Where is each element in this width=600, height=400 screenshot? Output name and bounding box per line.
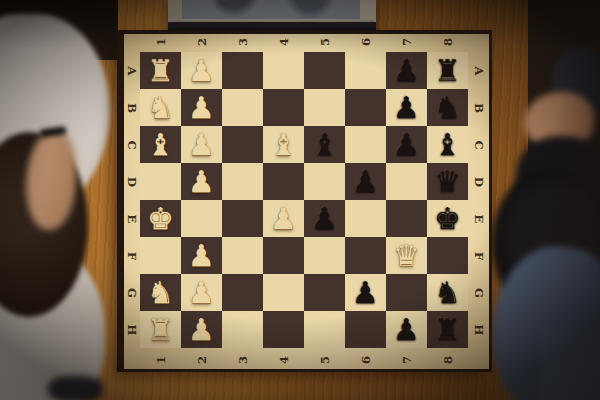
rank-label-top-2: 2 bbox=[195, 38, 209, 46]
square-c5[interactable]: ♝ bbox=[304, 126, 345, 163]
square-d4[interactable] bbox=[263, 163, 304, 200]
black-queen[interactable]: ♛ bbox=[427, 163, 468, 200]
right-player-denim-corner bbox=[540, 330, 600, 400]
square-h6[interactable] bbox=[345, 311, 386, 348]
rank-label-bottom-6: 6 bbox=[359, 356, 373, 364]
square-e3[interactable] bbox=[222, 200, 263, 237]
photo-scene: 1122334455667788AABBCCDDEEFFGGHH ♜♟♟♜♞♟♟… bbox=[0, 0, 600, 400]
board-grid: ♜♟♟♜♞♟♟♞♝♟♝♝♟♝♟♟♛♚♟♟♚♟♛♞♟♟♞♜♟♟♜ bbox=[140, 52, 468, 348]
square-c2[interactable]: ♟ bbox=[181, 126, 222, 163]
square-h1[interactable]: ♜ bbox=[140, 311, 181, 348]
square-c6[interactable] bbox=[345, 126, 386, 163]
rank-label-bottom-5: 5 bbox=[318, 356, 332, 364]
square-d5[interactable] bbox=[304, 163, 345, 200]
white-pawn[interactable]: ♟ bbox=[181, 311, 222, 348]
rank-label-bottom-8: 8 bbox=[441, 356, 455, 364]
square-b3[interactable] bbox=[222, 89, 263, 126]
white-pawn[interactable]: ♟ bbox=[181, 274, 222, 311]
rank-label-bottom-1: 1 bbox=[154, 356, 168, 364]
square-f8[interactable] bbox=[427, 237, 468, 274]
white-pawn[interactable]: ♟ bbox=[181, 237, 222, 274]
square-c7[interactable]: ♟ bbox=[386, 126, 427, 163]
rank-label-top-5: 5 bbox=[318, 38, 332, 46]
black-pawn[interactable]: ♟ bbox=[345, 163, 386, 200]
square-g4[interactable] bbox=[263, 274, 304, 311]
square-a4[interactable] bbox=[263, 52, 304, 89]
file-label-right-b: B bbox=[472, 103, 486, 113]
square-h7[interactable]: ♟ bbox=[386, 311, 427, 348]
black-rook[interactable]: ♜ bbox=[427, 311, 468, 348]
black-pawn[interactable]: ♟ bbox=[304, 200, 345, 237]
square-h5[interactable] bbox=[304, 311, 345, 348]
white-king[interactable]: ♚ bbox=[140, 200, 181, 237]
square-d7[interactable] bbox=[386, 163, 427, 200]
chess-board: 1122334455667788AABBCCDDEEFFGGHH ♜♟♟♜♞♟♟… bbox=[117, 30, 492, 372]
file-label-left-d: D bbox=[125, 177, 139, 187]
white-rook[interactable]: ♜ bbox=[140, 52, 181, 89]
clock-face bbox=[182, 0, 360, 20]
rank-label-bottom-3: 3 bbox=[236, 356, 250, 364]
black-rook[interactable]: ♜ bbox=[427, 52, 468, 89]
square-c1[interactable]: ♝ bbox=[140, 126, 181, 163]
square-h2[interactable]: ♟ bbox=[181, 311, 222, 348]
file-label-left-e: E bbox=[125, 214, 139, 223]
file-label-left-c: C bbox=[125, 140, 139, 149]
square-g2[interactable]: ♟ bbox=[181, 274, 222, 311]
white-pawn[interactable]: ♟ bbox=[181, 89, 222, 126]
square-d1[interactable] bbox=[140, 163, 181, 200]
square-h3[interactable] bbox=[222, 311, 263, 348]
square-f3[interactable] bbox=[222, 237, 263, 274]
square-f5[interactable] bbox=[304, 237, 345, 274]
square-e4[interactable]: ♟ bbox=[263, 200, 304, 237]
black-bishop[interactable]: ♝ bbox=[427, 126, 468, 163]
file-label-right-d: D bbox=[472, 177, 486, 187]
white-pawn[interactable]: ♟ bbox=[181, 163, 222, 200]
black-pawn[interactable]: ♟ bbox=[386, 89, 427, 126]
square-b4[interactable] bbox=[263, 89, 304, 126]
rank-label-top-1: 1 bbox=[154, 38, 168, 46]
rank-label-top-8: 8 bbox=[441, 38, 455, 46]
black-pawn[interactable]: ♟ bbox=[386, 311, 427, 348]
square-f2[interactable]: ♟ bbox=[181, 237, 222, 274]
square-c3[interactable] bbox=[222, 126, 263, 163]
square-b7[interactable]: ♟ bbox=[386, 89, 427, 126]
rank-label-top-4: 4 bbox=[277, 38, 291, 46]
square-g1[interactable]: ♞ bbox=[140, 274, 181, 311]
white-pawn[interactable]: ♟ bbox=[181, 126, 222, 163]
black-pawn[interactable]: ♟ bbox=[386, 126, 427, 163]
square-e8[interactable]: ♚ bbox=[427, 200, 468, 237]
square-g8[interactable]: ♞ bbox=[427, 274, 468, 311]
square-e7[interactable] bbox=[386, 200, 427, 237]
square-f4[interactable] bbox=[263, 237, 304, 274]
black-knight[interactable]: ♞ bbox=[427, 274, 468, 311]
black-knight[interactable]: ♞ bbox=[427, 89, 468, 126]
square-g5[interactable] bbox=[304, 274, 345, 311]
rank-label-bottom-7: 7 bbox=[400, 356, 414, 364]
square-b1[interactable]: ♞ bbox=[140, 89, 181, 126]
file-label-right-f: F bbox=[472, 251, 486, 259]
file-label-right-h: H bbox=[472, 324, 486, 335]
square-d8[interactable]: ♛ bbox=[427, 163, 468, 200]
square-a7[interactable]: ♟ bbox=[386, 52, 427, 89]
square-e2[interactable] bbox=[181, 200, 222, 237]
white-bishop[interactable]: ♝ bbox=[140, 126, 181, 163]
square-d3[interactable] bbox=[222, 163, 263, 200]
black-pawn[interactable]: ♟ bbox=[345, 274, 386, 311]
square-h8[interactable]: ♜ bbox=[427, 311, 468, 348]
white-rook[interactable]: ♜ bbox=[140, 311, 181, 348]
square-b2[interactable]: ♟ bbox=[181, 89, 222, 126]
square-e1[interactable]: ♚ bbox=[140, 200, 181, 237]
file-label-left-a: A bbox=[125, 66, 139, 75]
square-c8[interactable]: ♝ bbox=[427, 126, 468, 163]
square-g6[interactable]: ♟ bbox=[345, 274, 386, 311]
square-d2[interactable]: ♟ bbox=[181, 163, 222, 200]
square-f7[interactable]: ♛ bbox=[386, 237, 427, 274]
square-e6[interactable] bbox=[345, 200, 386, 237]
rank-label-top-3: 3 bbox=[236, 38, 250, 46]
square-a8[interactable]: ♜ bbox=[427, 52, 468, 89]
square-a5[interactable] bbox=[304, 52, 345, 89]
black-king[interactable]: ♚ bbox=[427, 200, 468, 237]
square-h4[interactable] bbox=[263, 311, 304, 348]
square-f6[interactable] bbox=[345, 237, 386, 274]
square-g7[interactable] bbox=[386, 274, 427, 311]
file-label-right-a: A bbox=[472, 66, 486, 75]
black-pawn[interactable]: ♟ bbox=[386, 52, 427, 89]
square-b5[interactable] bbox=[304, 89, 345, 126]
square-b6[interactable] bbox=[345, 89, 386, 126]
black-bishop[interactable]: ♝ bbox=[304, 126, 345, 163]
white-pawn[interactable]: ♟ bbox=[263, 200, 304, 237]
square-c4[interactable]: ♝ bbox=[263, 126, 304, 163]
square-d6[interactable]: ♟ bbox=[345, 163, 386, 200]
square-a1[interactable]: ♜ bbox=[140, 52, 181, 89]
file-label-left-g: G bbox=[125, 288, 139, 298]
left-player-clothing-edge bbox=[48, 376, 103, 400]
file-label-left-h: H bbox=[125, 324, 139, 335]
rank-label-top-7: 7 bbox=[400, 38, 414, 46]
file-label-left-b: B bbox=[125, 103, 139, 113]
rank-label-top-6: 6 bbox=[359, 38, 373, 46]
white-queen[interactable]: ♛ bbox=[386, 237, 427, 274]
square-e5[interactable]: ♟ bbox=[304, 200, 345, 237]
rank-label-bottom-4: 4 bbox=[277, 356, 291, 364]
white-knight[interactable]: ♞ bbox=[140, 274, 181, 311]
rank-label-bottom-2: 2 bbox=[195, 356, 209, 364]
white-pawn[interactable]: ♟ bbox=[181, 52, 222, 89]
square-b8[interactable]: ♞ bbox=[427, 89, 468, 126]
white-knight[interactable]: ♞ bbox=[140, 89, 181, 126]
file-label-left-f: F bbox=[125, 251, 139, 259]
square-a2[interactable]: ♟ bbox=[181, 52, 222, 89]
white-bishop[interactable]: ♝ bbox=[263, 126, 304, 163]
square-g3[interactable] bbox=[222, 274, 263, 311]
square-a6[interactable] bbox=[345, 52, 386, 89]
file-label-right-e: E bbox=[472, 214, 486, 223]
square-a3[interactable] bbox=[222, 52, 263, 89]
square-f1[interactable] bbox=[140, 237, 181, 274]
file-label-right-g: G bbox=[472, 288, 486, 298]
file-label-right-c: C bbox=[472, 140, 486, 149]
chess-clock bbox=[168, 0, 376, 32]
